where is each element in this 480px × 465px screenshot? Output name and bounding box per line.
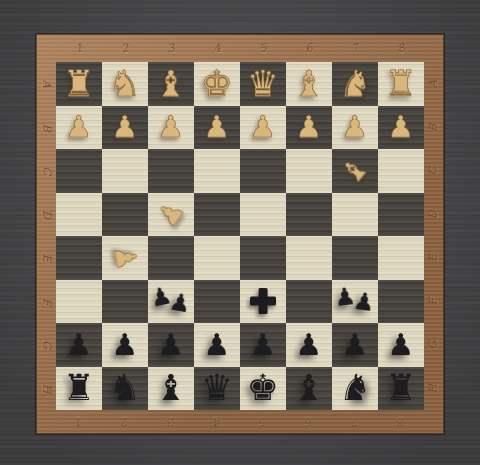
coordinate-label-H: H: [24, 378, 68, 398]
square-E3[interactable]: [148, 236, 194, 280]
square-E5[interactable]: [240, 236, 286, 280]
coordinate-label-D: D: [24, 204, 68, 224]
black-bishop-piece[interactable]: ♝: [293, 370, 325, 406]
coordinate-label-4: 4: [191, 29, 242, 67]
black-pawn-piece[interactable]: ♟: [66, 330, 93, 360]
square-B7[interactable]: ♟: [332, 106, 378, 150]
coordinate-label-H: H: [412, 378, 456, 398]
square-G2[interactable]: ♟: [102, 323, 148, 367]
square-A3[interactable]: ♝: [148, 62, 194, 106]
square-F4[interactable]: [194, 280, 240, 324]
black-rook-piece[interactable]: ♜: [385, 370, 417, 406]
board-grid: ♜♞♝♚♛♝♞♜♟♟♟♟♟♟♟♟♝♟♟♟♟♟♟♟♟♟♟♟♟♟♟♜♞♝♛♚♝♞♜: [56, 62, 424, 410]
square-H5[interactable]: ♚: [240, 367, 286, 411]
square-A1[interactable]: ♜: [56, 62, 102, 106]
square-C3[interactable]: [148, 149, 194, 193]
coordinate-label-G: G: [24, 335, 68, 355]
square-H6[interactable]: ♝: [286, 367, 332, 411]
left-coordinate-labels: ABCDEFGH: [36, 62, 56, 410]
square-G5[interactable]: ♟: [240, 323, 286, 367]
square-D3[interactable]: ♟: [148, 193, 194, 237]
square-D5[interactable]: [240, 193, 286, 237]
square-E7[interactable]: [332, 236, 378, 280]
black-pawn-piece[interactable]: ♟: [112, 330, 139, 360]
coordinate-label-2: 2: [100, 405, 150, 438]
square-F5[interactable]: [240, 280, 286, 324]
square-H2[interactable]: ♞: [102, 367, 148, 411]
square-A7[interactable]: ♞: [332, 62, 378, 106]
square-F6[interactable]: [286, 280, 332, 324]
white-queen-piece[interactable]: ♛: [247, 66, 279, 102]
black-pawn-spare-piece[interactable]: ♟: [167, 290, 192, 317]
coordinate-label-A: A: [24, 74, 68, 94]
white-bishop-piece[interactable]: ♝: [155, 66, 187, 102]
black-pawn-piece[interactable]: ♟: [388, 330, 415, 360]
square-C5[interactable]: [240, 149, 286, 193]
coordinate-label-F: F: [24, 291, 68, 311]
square-E4[interactable]: [194, 236, 240, 280]
coordinate-label-8: 8: [375, 29, 426, 67]
square-A2[interactable]: ♞: [102, 62, 148, 106]
white-pawn-fallen-piece[interactable]: ♟: [152, 196, 189, 233]
black-queen-piece[interactable]: ♛: [201, 370, 233, 406]
black-rook-piece[interactable]: ♜: [63, 370, 95, 406]
white-pawn-piece[interactable]: ♟: [158, 112, 185, 142]
white-pawn-piece[interactable]: ♟: [342, 112, 369, 142]
black-cross-black-piece[interactable]: [250, 288, 276, 314]
coordinate-label-8: 8: [376, 405, 426, 438]
black-pawn-spare-piece[interactable]: ♟: [352, 289, 377, 316]
square-G6[interactable]: ♟: [286, 323, 332, 367]
square-B2[interactable]: ♟: [102, 106, 148, 150]
top-coordinate-labels: 12345678: [56, 34, 424, 62]
square-F2[interactable]: [102, 280, 148, 324]
coordinate-label-A: A: [412, 74, 456, 94]
square-H1[interactable]: ♜: [56, 367, 102, 411]
coordinate-label-7: 7: [330, 405, 380, 438]
square-D2[interactable]: [102, 193, 148, 237]
square-F3[interactable]: ♟♟: [148, 280, 194, 324]
black-pawn-piece[interactable]: ♟: [158, 330, 185, 360]
board-frame: 12345678 12345678 ABCDEFGH ABCDEFGH ♜♞♝♚…: [36, 34, 444, 434]
black-knight-piece[interactable]: ♞: [109, 370, 141, 406]
coordinate-label-G: G: [412, 335, 456, 355]
square-B4[interactable]: ♟: [194, 106, 240, 150]
square-H4[interactable]: ♛: [194, 367, 240, 411]
square-B5[interactable]: ♟: [240, 106, 286, 150]
white-pawn-piece[interactable]: ♟: [250, 112, 277, 142]
black-king-piece[interactable]: ♚: [247, 370, 279, 406]
black-bishop-piece[interactable]: ♝: [155, 370, 187, 406]
white-rook-piece[interactable]: ♜: [63, 66, 95, 102]
coordinate-label-E: E: [24, 248, 68, 268]
square-G3[interactable]: ♟: [148, 323, 194, 367]
square-C7[interactable]: ♝: [332, 149, 378, 193]
square-F7[interactable]: ♟♟: [332, 280, 378, 324]
coordinate-label-5: 5: [237, 29, 288, 67]
square-A6[interactable]: ♝: [286, 62, 332, 106]
coordinate-label-6: 6: [284, 405, 334, 438]
square-D6[interactable]: [286, 193, 332, 237]
coordinate-label-7: 7: [329, 29, 380, 67]
coordinate-label-B: B: [412, 117, 456, 137]
square-D4[interactable]: [194, 193, 240, 237]
square-D7[interactable]: [332, 193, 378, 237]
black-pawn-piece[interactable]: ♟: [204, 330, 231, 360]
bottom-coordinate-labels: 12345678: [56, 410, 424, 434]
coordinate-label-3: 3: [145, 29, 196, 67]
white-knight-piece[interactable]: ♞: [109, 66, 141, 102]
coordinate-label-F: F: [412, 291, 456, 311]
coordinate-label-C: C: [24, 161, 68, 181]
white-bishop-fallen-piece[interactable]: ♝: [336, 152, 374, 189]
coordinate-label-1: 1: [54, 405, 104, 438]
coordinate-label-5: 5: [238, 405, 288, 438]
white-pawn-piece[interactable]: ♟: [296, 112, 323, 142]
coordinate-label-D: D: [412, 204, 456, 224]
white-knight-piece[interactable]: ♞: [339, 66, 371, 102]
coordinate-label-4: 4: [192, 405, 242, 438]
square-A8[interactable]: ♜: [378, 62, 424, 106]
black-pawn-piece[interactable]: ♟: [342, 330, 369, 360]
coordinate-label-6: 6: [283, 29, 334, 67]
black-knight-piece[interactable]: ♞: [339, 370, 371, 406]
white-rook-piece[interactable]: ♜: [385, 66, 417, 102]
black-pawn-piece[interactable]: ♟: [296, 330, 323, 360]
coordinate-label-2: 2: [99, 29, 150, 67]
coordinate-label-E: E: [412, 248, 456, 268]
coordinate-label-1: 1: [53, 29, 104, 67]
square-E6[interactable]: [286, 236, 332, 280]
square-C6[interactable]: [286, 149, 332, 193]
square-C2[interactable]: [102, 149, 148, 193]
white-king-piece[interactable]: ♚: [201, 66, 233, 102]
square-B6[interactable]: ♟: [286, 106, 332, 150]
white-pawn-piece[interactable]: ♟: [112, 112, 139, 142]
square-H7[interactable]: ♞: [332, 367, 378, 411]
square-B3[interactable]: ♟: [148, 106, 194, 150]
coordinate-label-3: 3: [146, 405, 196, 438]
white-pawn-piece[interactable]: ♟: [66, 112, 93, 142]
coordinate-label-B: B: [24, 117, 68, 137]
square-E2[interactable]: ♟: [102, 236, 148, 280]
square-A4[interactable]: ♚: [194, 62, 240, 106]
square-G7[interactable]: ♟: [332, 323, 378, 367]
right-coordinate-labels: ABCDEFGH: [424, 62, 444, 410]
white-pawn-fallen-piece[interactable]: ♟: [109, 243, 141, 273]
chessboard-photo: 12345678 12345678 ABCDEFGH ABCDEFGH ♜♞♝♚…: [0, 0, 480, 465]
coordinate-label-C: C: [412, 161, 456, 181]
square-G4[interactable]: ♟: [194, 323, 240, 367]
white-bishop-piece[interactable]: ♝: [293, 66, 325, 102]
square-H3[interactable]: ♝: [148, 367, 194, 411]
white-pawn-piece[interactable]: ♟: [204, 112, 231, 142]
square-A5[interactable]: ♛: [240, 62, 286, 106]
square-H8[interactable]: ♜: [378, 367, 424, 411]
black-pawn-piece[interactable]: ♟: [250, 330, 277, 360]
white-pawn-piece[interactable]: ♟: [388, 112, 415, 142]
square-C4[interactable]: [194, 149, 240, 193]
